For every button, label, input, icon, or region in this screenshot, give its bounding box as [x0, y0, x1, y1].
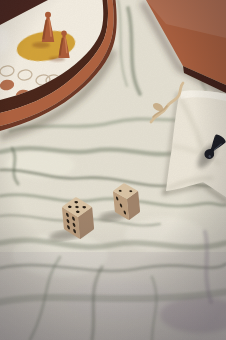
photo-scene: [0, 0, 226, 340]
vignette-overlay: [0, 0, 226, 340]
photo-canvas: [0, 0, 226, 340]
